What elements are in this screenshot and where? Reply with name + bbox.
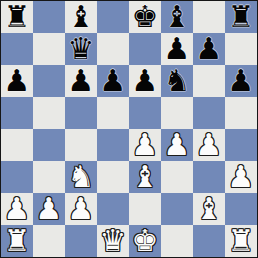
black-pawn[interactable]: ♟: [164, 33, 191, 65]
square-g8[interactable]: [193, 1, 225, 33]
square-h5[interactable]: [225, 97, 257, 129]
square-c1[interactable]: [65, 225, 97, 257]
square-c8[interactable]: ♝: [65, 1, 97, 33]
square-h1[interactable]: ♜: [225, 225, 257, 257]
square-d4[interactable]: [97, 129, 129, 161]
black-pawn[interactable]: ♟: [196, 33, 223, 65]
white-pawn[interactable]: ♟: [196, 129, 223, 161]
square-b2[interactable]: ♟: [33, 193, 65, 225]
black-bishop[interactable]: ♝: [164, 1, 191, 33]
square-f6[interactable]: ♞: [161, 65, 193, 97]
white-pawn[interactable]: ♟: [68, 193, 95, 225]
square-a6[interactable]: ♟: [1, 65, 33, 97]
black-pawn[interactable]: ♟: [68, 65, 95, 97]
square-e5[interactable]: [129, 97, 161, 129]
square-g3[interactable]: [193, 161, 225, 193]
white-bishop[interactable]: ♝: [132, 161, 159, 193]
square-c5[interactable]: [65, 97, 97, 129]
square-e2[interactable]: [129, 193, 161, 225]
square-e1[interactable]: ♚: [129, 225, 161, 257]
black-pawn[interactable]: ♟: [132, 65, 159, 97]
square-a1[interactable]: ♜: [1, 225, 33, 257]
square-a2[interactable]: ♟: [1, 193, 33, 225]
black-king[interactable]: ♚: [132, 1, 159, 33]
white-pawn[interactable]: ♟: [132, 129, 159, 161]
white-bishop[interactable]: ♝: [196, 193, 223, 225]
square-a5[interactable]: [1, 97, 33, 129]
square-a8[interactable]: ♜: [1, 1, 33, 33]
black-pawn[interactable]: ♟: [100, 65, 127, 97]
square-d3[interactable]: [97, 161, 129, 193]
square-f7[interactable]: ♟: [161, 33, 193, 65]
white-king[interactable]: ♚: [132, 225, 159, 257]
square-b1[interactable]: [33, 225, 65, 257]
square-e4[interactable]: ♟: [129, 129, 161, 161]
square-a3[interactable]: [1, 161, 33, 193]
black-pawn[interactable]: ♟: [228, 65, 255, 97]
black-rook[interactable]: ♜: [228, 1, 255, 33]
square-b5[interactable]: [33, 97, 65, 129]
square-e8[interactable]: ♚: [129, 1, 161, 33]
black-rook[interactable]: ♜: [4, 1, 31, 33]
square-b6[interactable]: [33, 65, 65, 97]
black-knight[interactable]: ♞: [164, 65, 191, 97]
square-a7[interactable]: [1, 33, 33, 65]
chess-board-frame: ♜♝♚♝♜♛♟♟♟♟♟♟♞♟♟♟♟♞♝♟♟♟♟♝♜♛♚♜: [0, 0, 258, 258]
square-f1[interactable]: [161, 225, 193, 257]
square-a4[interactable]: [1, 129, 33, 161]
square-b4[interactable]: [33, 129, 65, 161]
black-queen[interactable]: ♛: [68, 33, 95, 65]
black-bishop[interactable]: ♝: [68, 1, 95, 33]
square-g1[interactable]: [193, 225, 225, 257]
square-d2[interactable]: [97, 193, 129, 225]
square-f5[interactable]: [161, 97, 193, 129]
white-pawn[interactable]: ♟: [36, 193, 63, 225]
square-b8[interactable]: [33, 1, 65, 33]
square-g2[interactable]: ♝: [193, 193, 225, 225]
square-h3[interactable]: ♟: [225, 161, 257, 193]
square-g5[interactable]: [193, 97, 225, 129]
square-d1[interactable]: ♛: [97, 225, 129, 257]
square-f2[interactable]: [161, 193, 193, 225]
square-g4[interactable]: ♟: [193, 129, 225, 161]
white-knight[interactable]: ♞: [68, 161, 95, 193]
square-f8[interactable]: ♝: [161, 1, 193, 33]
square-e7[interactable]: [129, 33, 161, 65]
black-pawn[interactable]: ♟: [4, 65, 31, 97]
square-h8[interactable]: ♜: [225, 1, 257, 33]
square-d8[interactable]: [97, 1, 129, 33]
square-g7[interactable]: ♟: [193, 33, 225, 65]
square-c6[interactable]: ♟: [65, 65, 97, 97]
square-c4[interactable]: [65, 129, 97, 161]
square-h6[interactable]: ♟: [225, 65, 257, 97]
square-c7[interactable]: ♛: [65, 33, 97, 65]
square-c2[interactable]: ♟: [65, 193, 97, 225]
white-pawn[interactable]: ♟: [4, 193, 31, 225]
square-d6[interactable]: ♟: [97, 65, 129, 97]
chess-board: ♜♝♚♝♜♛♟♟♟♟♟♟♞♟♟♟♟♞♝♟♟♟♟♝♜♛♚♜: [1, 1, 257, 257]
square-f4[interactable]: ♟: [161, 129, 193, 161]
white-rook[interactable]: ♜: [228, 225, 255, 257]
square-f3[interactable]: [161, 161, 193, 193]
square-b7[interactable]: [33, 33, 65, 65]
square-d7[interactable]: [97, 33, 129, 65]
white-rook[interactable]: ♜: [4, 225, 31, 257]
white-pawn[interactable]: ♟: [228, 161, 255, 193]
square-e3[interactable]: ♝: [129, 161, 161, 193]
square-c3[interactable]: ♞: [65, 161, 97, 193]
square-e6[interactable]: ♟: [129, 65, 161, 97]
square-d5[interactable]: [97, 97, 129, 129]
square-b3[interactable]: [33, 161, 65, 193]
square-h4[interactable]: [225, 129, 257, 161]
white-queen[interactable]: ♛: [100, 225, 127, 257]
square-g6[interactable]: [193, 65, 225, 97]
square-h7[interactable]: [225, 33, 257, 65]
white-pawn[interactable]: ♟: [164, 129, 191, 161]
square-h2[interactable]: [225, 193, 257, 225]
